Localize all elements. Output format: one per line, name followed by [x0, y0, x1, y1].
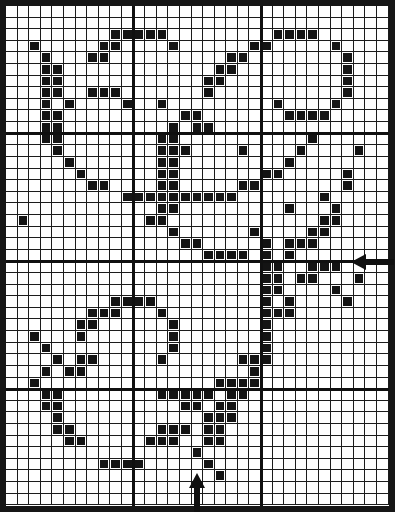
grid-cell [261, 215, 273, 227]
grid-cell [377, 227, 389, 239]
grid-cell [226, 203, 238, 215]
stitch-cell [168, 192, 180, 204]
grid-cell [99, 482, 111, 494]
grid-cell [168, 285, 180, 297]
grid-cell [52, 29, 64, 41]
grid-cell [145, 76, 157, 88]
stitch-cell [110, 308, 122, 320]
grid-cell [238, 110, 250, 122]
grid-cell [87, 29, 99, 41]
grid-cell [331, 192, 343, 204]
grid-cell [87, 401, 99, 413]
grid-cell [18, 6, 30, 18]
grid-cell [354, 6, 366, 18]
grid-cell [319, 354, 331, 366]
grid-cell [238, 215, 250, 227]
grid-cell [87, 64, 99, 76]
grid-cell [145, 343, 157, 355]
grid-cell [377, 273, 389, 285]
grid-cell [29, 273, 41, 285]
grid-cell [41, 192, 53, 204]
grid-cell [18, 331, 30, 343]
stitch-cell [261, 41, 273, 53]
grid-cell [342, 99, 354, 111]
stitch-cell [157, 169, 169, 181]
grid-cell [157, 319, 169, 331]
grid-cell [18, 354, 30, 366]
grid-cell [284, 273, 296, 285]
grid-cell [145, 180, 157, 192]
grid-cell [238, 227, 250, 239]
stitch-cell [284, 157, 296, 169]
grid-cell [99, 296, 111, 308]
grid-cell [377, 215, 389, 227]
grid-cell [76, 494, 88, 506]
grid-cell [331, 6, 343, 18]
grid-cell [215, 203, 227, 215]
grid-cell [377, 343, 389, 355]
grid-cell [99, 99, 111, 111]
stitch-cell [203, 459, 215, 471]
grid-cell [238, 273, 250, 285]
stitch-cell [215, 64, 227, 76]
grid-cell [18, 459, 30, 471]
grid-cell [354, 192, 366, 204]
grid-cell [284, 401, 296, 413]
grid-cell [342, 6, 354, 18]
grid-cell [319, 482, 331, 494]
grid-cell [307, 447, 319, 459]
grid-cell [29, 424, 41, 436]
grid-cell [192, 308, 204, 320]
grid-cell [273, 436, 285, 448]
grid-cell [18, 494, 30, 506]
grid-cell [145, 6, 157, 18]
grid-cell [134, 41, 146, 53]
grid-cell [29, 169, 41, 181]
grid-cell [238, 134, 250, 146]
stitch-cell [261, 319, 273, 331]
grid-cell [319, 343, 331, 355]
grid-cell [145, 273, 157, 285]
grid-cell [64, 494, 76, 506]
cross-stitch-chart [0, 0, 395, 512]
stitch-cell [134, 459, 146, 471]
grid-cell [110, 238, 122, 250]
grid-cell [180, 6, 192, 18]
grid-cell [180, 227, 192, 239]
grid-cell [29, 459, 41, 471]
grid-cell [52, 203, 64, 215]
stitch-cell [64, 99, 76, 111]
grid-cell [99, 401, 111, 413]
grid-cell [87, 261, 99, 273]
grid-cell [215, 145, 227, 157]
grid-cell [331, 180, 343, 192]
grid-cell [87, 366, 99, 378]
stitch-cell [307, 134, 319, 146]
grid-cell [261, 52, 273, 64]
grid-cell [192, 331, 204, 343]
grid-cell [354, 52, 366, 64]
grid-cell [215, 273, 227, 285]
grid-cell [226, 6, 238, 18]
grid-cell [192, 459, 204, 471]
grid-cell [52, 296, 64, 308]
grid-cell [377, 192, 389, 204]
grid-cell [99, 470, 111, 482]
grid-cell [365, 145, 377, 157]
grid-cell [354, 459, 366, 471]
grid-cell [226, 331, 238, 343]
grid-cell [273, 145, 285, 157]
grid-cell [110, 18, 122, 30]
grid-cell [29, 110, 41, 122]
grid-cell [76, 215, 88, 227]
grid-cell [238, 459, 250, 471]
grid-cell [192, 366, 204, 378]
grid-cell [145, 354, 157, 366]
stitch-cell [99, 308, 111, 320]
grid-cell [296, 331, 308, 343]
grid-cell [215, 227, 227, 239]
grid-cell [180, 76, 192, 88]
grid-cell [29, 319, 41, 331]
grid-cell [99, 366, 111, 378]
grid-cell [6, 169, 18, 181]
stitch-cell [157, 145, 169, 157]
grid-cell [87, 145, 99, 157]
grid-cell [64, 296, 76, 308]
grid-cell [261, 76, 273, 88]
grid-cell [6, 238, 18, 250]
grid-cell [168, 6, 180, 18]
grid-cell [64, 482, 76, 494]
grid-cell [365, 436, 377, 448]
grid-cell [365, 447, 377, 459]
grid-cell [273, 354, 285, 366]
grid-cell [145, 169, 157, 181]
grid-cell [365, 285, 377, 297]
grid-cell [215, 494, 227, 506]
grid-cell [134, 18, 146, 30]
grid-cell [157, 227, 169, 239]
grid-cell [52, 470, 64, 482]
grid-cell [284, 343, 296, 355]
grid-cell [168, 459, 180, 471]
stitch-cell [168, 169, 180, 181]
grid-cell [377, 308, 389, 320]
grid-cell [296, 180, 308, 192]
stitch-cell [99, 52, 111, 64]
grid-cell [307, 366, 319, 378]
grid-cell [354, 401, 366, 413]
grid-cell [41, 29, 53, 41]
grid-cell [261, 203, 273, 215]
grid-cell [365, 215, 377, 227]
stitch-cell [261, 261, 273, 273]
grid-cell [226, 366, 238, 378]
stitch-cell [226, 64, 238, 76]
grid-cell [192, 76, 204, 88]
grid-cell [319, 134, 331, 146]
grid-cell [145, 261, 157, 273]
stitch-cell [307, 273, 319, 285]
grid-cell [110, 76, 122, 88]
grid-cell [6, 273, 18, 285]
block-divider-horizontal [6, 132, 389, 135]
grid-cell [29, 261, 41, 273]
grid-cell [41, 157, 53, 169]
grid-cell [331, 238, 343, 250]
grid-cell [192, 52, 204, 64]
grid-cell [76, 76, 88, 88]
grid-cell [145, 401, 157, 413]
grid-cell [41, 273, 53, 285]
stitch-cell [168, 343, 180, 355]
grid-cell [145, 110, 157, 122]
grid-cell [6, 110, 18, 122]
grid-cell [203, 308, 215, 320]
stitch-cell [64, 424, 76, 436]
grid-cell [296, 412, 308, 424]
grid-cell [307, 331, 319, 343]
stitch-cell [41, 87, 53, 99]
grid-cell [168, 296, 180, 308]
stitch-cell [180, 424, 192, 436]
grid-cell [296, 482, 308, 494]
grid-cell [6, 401, 18, 413]
grid-cell [342, 308, 354, 320]
grid-cell [365, 76, 377, 88]
grid-cell [99, 169, 111, 181]
grid-cell [215, 308, 227, 320]
grid-cell [110, 319, 122, 331]
grid-cell [238, 331, 250, 343]
grid-cell [99, 215, 111, 227]
grid-cell [157, 343, 169, 355]
grid-cell [180, 261, 192, 273]
grid-cell [157, 64, 169, 76]
grid-cell [180, 134, 192, 146]
grid-cell [331, 87, 343, 99]
grid-cell [273, 401, 285, 413]
stitch-cell [296, 273, 308, 285]
grid-cell [41, 18, 53, 30]
grid-cell [192, 285, 204, 297]
grid-cell [41, 470, 53, 482]
grid-cell [319, 238, 331, 250]
grid-cell [342, 41, 354, 53]
grid-cell [41, 354, 53, 366]
grid-cell [168, 110, 180, 122]
stitch-cell [87, 180, 99, 192]
grid-cell [76, 157, 88, 169]
grid-cell [134, 145, 146, 157]
grid-cell [307, 494, 319, 506]
stitch-cell [203, 412, 215, 424]
grid-cell [18, 41, 30, 53]
grid-cell [296, 87, 308, 99]
grid-cell [192, 99, 204, 111]
grid-cell [99, 110, 111, 122]
grid-cell [41, 424, 53, 436]
grid-cell [273, 412, 285, 424]
stitch-cell [215, 470, 227, 482]
grid-cell [52, 436, 64, 448]
grid-cell [18, 52, 30, 64]
grid-cell [261, 180, 273, 192]
grid-cell [319, 29, 331, 41]
grid-cell [110, 52, 122, 64]
grid-cell [342, 401, 354, 413]
stitch-cell [41, 366, 53, 378]
grid-cell [215, 238, 227, 250]
grid-cell [354, 482, 366, 494]
grid-cell [192, 215, 204, 227]
grid-cell [307, 436, 319, 448]
grid-cell [18, 319, 30, 331]
grid-cell [134, 436, 146, 448]
grid-cell [157, 482, 169, 494]
stitch-cell [52, 145, 64, 157]
stitch-cell [168, 203, 180, 215]
grid-cell [64, 41, 76, 53]
grid-cell [365, 227, 377, 239]
grid-cell [319, 180, 331, 192]
grid-cell [261, 366, 273, 378]
grid-cell [99, 436, 111, 448]
grid-cell [365, 99, 377, 111]
grid-cell [18, 285, 30, 297]
grid-cell [76, 238, 88, 250]
grid-cell [29, 87, 41, 99]
grid-cell [365, 192, 377, 204]
grid-cell [331, 134, 343, 146]
grid-cell [273, 470, 285, 482]
grid-cell [76, 227, 88, 239]
stitch-cell [296, 110, 308, 122]
grid-cell [215, 52, 227, 64]
grid-cell [365, 238, 377, 250]
grid-cell [18, 29, 30, 41]
grid-cell [87, 99, 99, 111]
grid-cell [284, 145, 296, 157]
grid-cell [203, 331, 215, 343]
stitch-cell [41, 64, 53, 76]
stitch-cell [342, 169, 354, 181]
grid-cell [180, 319, 192, 331]
grid-cell [215, 41, 227, 53]
grid-cell [226, 134, 238, 146]
grid-cell [226, 76, 238, 88]
grid-cell [226, 273, 238, 285]
grid-cell [145, 41, 157, 53]
grid-cell [296, 319, 308, 331]
grid-cell [168, 52, 180, 64]
grid-cell [87, 134, 99, 146]
grid-cell [377, 157, 389, 169]
grid-cell [41, 482, 53, 494]
grid-cell [6, 192, 18, 204]
grid-cell [215, 261, 227, 273]
grid-cell [319, 52, 331, 64]
grid-cell [203, 261, 215, 273]
grid-cell [6, 18, 18, 30]
grid-cell [18, 157, 30, 169]
grid-cell [168, 76, 180, 88]
grid-cell [157, 285, 169, 297]
stitch-cell [168, 227, 180, 239]
grid-cell [134, 494, 146, 506]
grid-cell [226, 296, 238, 308]
grid-cell [76, 52, 88, 64]
grid-cell [6, 482, 18, 494]
grid-cell [192, 169, 204, 181]
grid-cell [342, 331, 354, 343]
grid-cell [64, 169, 76, 181]
grid-cell [76, 203, 88, 215]
grid-cell [261, 412, 273, 424]
grid-cell [261, 6, 273, 18]
grid-cell [41, 494, 53, 506]
grid-cell [261, 436, 273, 448]
stitch-cell [215, 401, 227, 413]
grid-cell [76, 447, 88, 459]
grid-cell [238, 412, 250, 424]
grid-cell [110, 215, 122, 227]
stitch-cell [87, 308, 99, 320]
grid-cell [377, 447, 389, 459]
stitch-cell [52, 412, 64, 424]
grid-cell [377, 285, 389, 297]
grid-cell [331, 412, 343, 424]
grid-cell [296, 192, 308, 204]
grid-cell [331, 366, 343, 378]
grid-cell [319, 436, 331, 448]
grid-cell [145, 64, 157, 76]
grid-cell [354, 203, 366, 215]
stitch-grid [6, 6, 389, 506]
grid-cell [284, 180, 296, 192]
stitch-cell [110, 41, 122, 53]
grid-cell [87, 273, 99, 285]
grid-cell [168, 447, 180, 459]
grid-cell [342, 29, 354, 41]
grid-cell [192, 64, 204, 76]
stitch-cell [157, 424, 169, 436]
grid-cell [319, 331, 331, 343]
grid-cell [365, 203, 377, 215]
grid-cell [110, 331, 122, 343]
grid-cell [331, 343, 343, 355]
grid-cell [64, 134, 76, 146]
grid-cell [226, 308, 238, 320]
grid-cell [134, 273, 146, 285]
grid-cell [342, 215, 354, 227]
grid-cell [145, 145, 157, 157]
grid-cell [64, 64, 76, 76]
stitch-cell [52, 110, 64, 122]
stitch-cell [342, 296, 354, 308]
stitch-cell [342, 87, 354, 99]
grid-cell [29, 64, 41, 76]
stitch-cell [331, 285, 343, 297]
stitch-cell [134, 29, 146, 41]
grid-cell [203, 52, 215, 64]
grid-cell [18, 308, 30, 320]
grid-cell [6, 366, 18, 378]
